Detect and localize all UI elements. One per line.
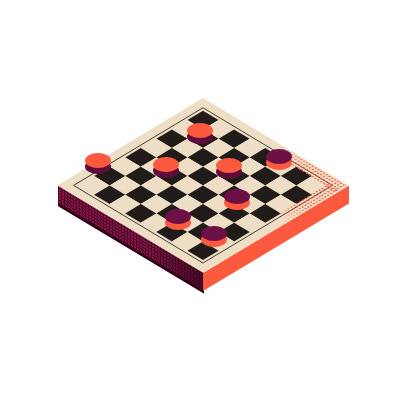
checker-piece-purple[interactable] [201,226,227,241]
checker-piece-purple[interactable] [266,149,292,164]
piece-top-face [187,123,213,138]
checker-piece-orange[interactable] [216,158,242,173]
checker-piece-orange[interactable] [187,123,213,138]
piece-top-face [85,153,111,168]
piece-top-face [216,158,242,173]
piece-top-face [165,209,191,224]
checker-piece-purple[interactable] [224,189,250,204]
checker-piece-orange[interactable] [85,153,111,168]
piece-top-face [201,226,227,241]
piece-top-face [266,149,292,164]
checker-piece-orange[interactable] [153,157,179,172]
piece-top-face [153,157,179,172]
checkers-scene [0,0,400,400]
checker-piece-purple[interactable] [165,209,191,224]
piece-top-face [224,189,250,204]
